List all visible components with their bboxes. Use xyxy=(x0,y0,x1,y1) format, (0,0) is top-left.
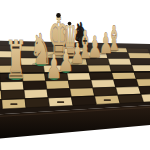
light-rook: ♜ xyxy=(5,29,27,90)
black-finial-marker xyxy=(56,13,61,18)
chess-set-photo: ♞♝♟♚♛♟♝♟♞♟♜♟ xyxy=(0,0,150,150)
light-pawn: ♟ xyxy=(46,47,62,85)
chess-board: ♞♝♟♚♛♟♝♟♞♟♜♟ xyxy=(0,0,150,150)
black-ball-marker xyxy=(68,22,72,26)
